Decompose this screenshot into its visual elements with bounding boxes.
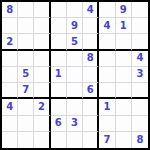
sudoku-cell-r2c9[interactable] [132, 18, 148, 34]
sudoku-cell-r3c6[interactable] [83, 34, 99, 50]
sudoku-cell-r1c4[interactable] [51, 2, 67, 18]
sudoku-cell-r5c9[interactable]: 3 [132, 67, 148, 83]
sudoku-cell-r2c7[interactable]: 4 [99, 18, 115, 34]
sudoku-cell-r5c7[interactable] [99, 67, 115, 83]
sudoku-cell-r3c2[interactable] [18, 34, 34, 50]
sudoku-cell-r1c6[interactable]: 4 [83, 2, 99, 18]
sudoku-cell-r8c5[interactable]: 3 [67, 116, 83, 132]
sudoku-cell-r1c9[interactable] [132, 2, 148, 18]
sudoku-cell-r5c8[interactable] [116, 67, 132, 83]
sudoku-cell-r6c7[interactable] [99, 83, 115, 99]
sudoku-cell-r9c4[interactable] [51, 132, 67, 148]
sudoku-cell-r2c3[interactable] [34, 18, 50, 34]
sudoku-cell-r9c5[interactable] [67, 132, 83, 148]
sudoku-cell-r4c8[interactable] [116, 51, 132, 67]
sudoku-board: 8499412584513764216378 [0, 0, 150, 150]
sudoku-cell-r8c7[interactable] [99, 116, 115, 132]
sudoku-cell-r3c8[interactable] [116, 34, 132, 50]
sudoku-cell-r6c9[interactable] [132, 83, 148, 99]
sudoku-cell-r5c6[interactable] [83, 67, 99, 83]
sudoku-cell-r8c4[interactable]: 6 [51, 116, 67, 132]
sudoku-cell-r1c7[interactable] [99, 2, 115, 18]
sudoku-cell-r8c6[interactable] [83, 116, 99, 132]
sudoku-cell-r1c5[interactable] [67, 2, 83, 18]
sudoku-cell-r4c6[interactable]: 8 [83, 51, 99, 67]
sudoku-cell-r2c2[interactable] [18, 18, 34, 34]
sudoku-cell-r5c5[interactable] [67, 67, 83, 83]
sudoku-cell-r4c7[interactable] [99, 51, 115, 67]
sudoku-cell-r9c7[interactable]: 7 [99, 132, 115, 148]
sudoku-cell-r6c5[interactable] [67, 83, 83, 99]
sudoku-cell-r6c6[interactable]: 6 [83, 83, 99, 99]
sudoku-cell-r8c8[interactable] [116, 116, 132, 132]
sudoku-cell-r7c8[interactable] [116, 99, 132, 115]
sudoku-cell-r9c2[interactable] [18, 132, 34, 148]
sudoku-cell-r3c4[interactable] [51, 34, 67, 50]
sudoku-cell-r8c9[interactable] [132, 116, 148, 132]
sudoku-cell-r3c3[interactable] [34, 34, 50, 50]
sudoku-cell-r9c8[interactable] [116, 132, 132, 148]
sudoku-cell-r3c9[interactable] [132, 34, 148, 50]
sudoku-cell-r3c1[interactable]: 2 [2, 34, 18, 50]
sudoku-cell-r7c4[interactable] [51, 99, 67, 115]
sudoku-cell-r4c1[interactable] [2, 51, 18, 67]
sudoku-cell-r4c9[interactable]: 4 [132, 51, 148, 67]
sudoku-cell-r3c5[interactable]: 5 [67, 34, 83, 50]
sudoku-cell-r7c2[interactable] [18, 99, 34, 115]
sudoku-cell-r8c2[interactable] [18, 116, 34, 132]
sudoku-cell-r7c3[interactable]: 2 [34, 99, 50, 115]
sudoku-cell-r8c1[interactable] [2, 116, 18, 132]
sudoku-cell-r4c2[interactable] [18, 51, 34, 67]
sudoku-cell-r2c1[interactable] [2, 18, 18, 34]
sudoku-cell-r5c1[interactable] [2, 67, 18, 83]
sudoku-cell-r4c3[interactable] [34, 51, 50, 67]
sudoku-cell-r6c2[interactable]: 7 [18, 83, 34, 99]
sudoku-cell-r9c1[interactable] [2, 132, 18, 148]
sudoku-cell-r9c9[interactable]: 8 [132, 132, 148, 148]
sudoku-cell-r8c3[interactable] [34, 116, 50, 132]
sudoku-cell-r7c6[interactable] [83, 99, 99, 115]
sudoku-cell-r3c7[interactable] [99, 34, 115, 50]
sudoku-cell-r6c3[interactable] [34, 83, 50, 99]
sudoku-cell-r2c5[interactable]: 9 [67, 18, 83, 34]
sudoku-cell-r7c7[interactable]: 1 [99, 99, 115, 115]
sudoku-cell-r2c4[interactable] [51, 18, 67, 34]
sudoku-cell-r9c3[interactable] [34, 132, 50, 148]
sudoku-cell-r5c4[interactable]: 1 [51, 67, 67, 83]
sudoku-cell-r1c8[interactable]: 9 [116, 2, 132, 18]
sudoku-cell-r9c6[interactable] [83, 132, 99, 148]
sudoku-cell-r7c1[interactable]: 4 [2, 99, 18, 115]
sudoku-cell-r1c3[interactable] [34, 2, 50, 18]
sudoku-cell-r6c1[interactable] [2, 83, 18, 99]
sudoku-cell-r2c8[interactable]: 1 [116, 18, 132, 34]
sudoku-cell-r4c4[interactable] [51, 51, 67, 67]
sudoku-cell-r2c6[interactable] [83, 18, 99, 34]
sudoku-cell-r7c9[interactable] [132, 99, 148, 115]
sudoku-cell-r7c5[interactable] [67, 99, 83, 115]
sudoku-cell-r4c5[interactable] [67, 51, 83, 67]
sudoku-cell-r6c8[interactable] [116, 83, 132, 99]
sudoku-cell-r5c3[interactable] [34, 67, 50, 83]
sudoku-cell-r1c2[interactable] [18, 2, 34, 18]
sudoku-cell-r1c1[interactable]: 8 [2, 2, 18, 18]
sudoku-cell-r6c4[interactable] [51, 83, 67, 99]
sudoku-cell-r5c2[interactable]: 5 [18, 67, 34, 83]
